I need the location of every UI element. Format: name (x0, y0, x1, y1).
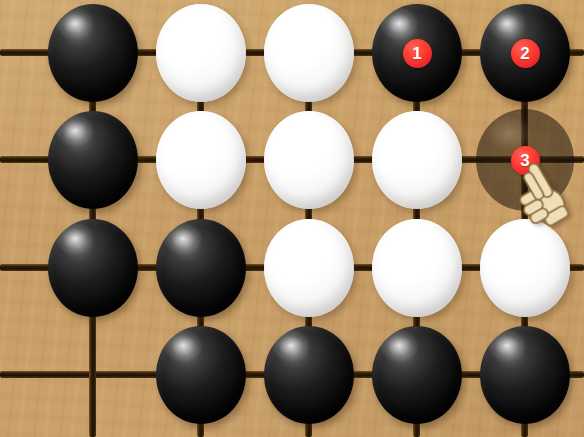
black-stone (48, 111, 138, 209)
white-stone (264, 4, 354, 102)
white-stone (480, 219, 570, 317)
black-stone (264, 326, 354, 424)
black-stone (156, 219, 246, 317)
white-stone (372, 111, 462, 209)
white-stone (156, 4, 246, 102)
white-stone (264, 219, 354, 317)
go-board[interactable]: 123 (0, 0, 584, 437)
white-stone (372, 219, 462, 317)
black-stone (480, 326, 570, 424)
black-stone (372, 326, 462, 424)
black-stone (156, 326, 246, 424)
white-stone (264, 111, 354, 209)
move-badge-2: 2 (511, 39, 540, 68)
white-stone (156, 111, 246, 209)
black-stone (48, 219, 138, 317)
move-badge-1: 1 (403, 39, 432, 68)
black-stone (48, 4, 138, 102)
